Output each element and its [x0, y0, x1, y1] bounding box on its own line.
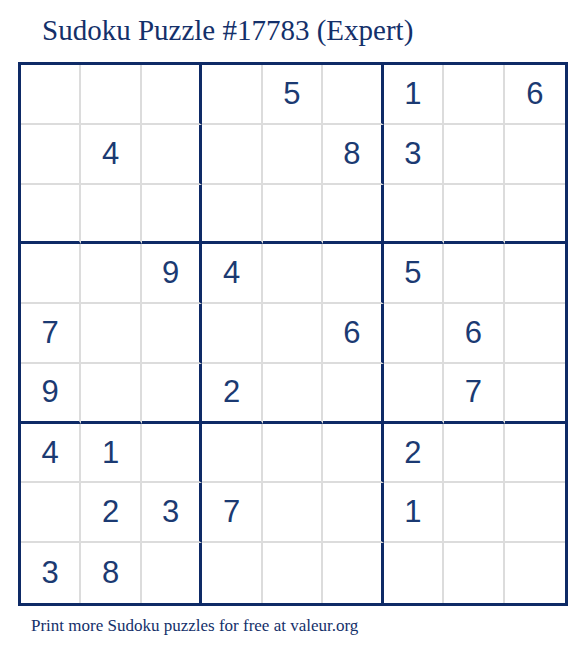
- cell-r9c7: [384, 543, 444, 603]
- cell-r1c4: [202, 65, 262, 125]
- cell-r8c1: [21, 483, 81, 543]
- cell-r7c8: [444, 424, 504, 484]
- cell-r3c3: [142, 185, 202, 245]
- cell-r3c6: [323, 185, 383, 245]
- page-title: Sudoku Puzzle #17783 (Expert): [42, 13, 413, 48]
- cell-r2c9: [505, 125, 565, 185]
- cell-r9c9: [505, 543, 565, 603]
- cell-r8c2: 2: [81, 483, 141, 543]
- cell-r8c7: 1: [384, 483, 444, 543]
- cell-r9c2: 8: [81, 543, 141, 603]
- cell-r6c4: 2: [202, 364, 262, 424]
- cell-r7c3: [142, 424, 202, 484]
- cell-r2c3: [142, 125, 202, 185]
- cell-r7c7: 2: [384, 424, 444, 484]
- cell-r4c6: [323, 244, 383, 304]
- cell-r4c2: [81, 244, 141, 304]
- cell-r5c1: 7: [21, 304, 81, 364]
- cell-r8c3: 3: [142, 483, 202, 543]
- cell-r1c2: [81, 65, 141, 125]
- cell-r1c7: 1: [384, 65, 444, 125]
- cell-r9c5: [263, 543, 323, 603]
- sudoku-board: 516483945766927412237138: [18, 62, 568, 606]
- cell-r3c4: [202, 185, 262, 245]
- footer-text: Print more Sudoku puzzles for free at va…: [31, 616, 358, 636]
- cell-r8c4: 7: [202, 483, 262, 543]
- cell-r1c6: [323, 65, 383, 125]
- cell-r8c8: [444, 483, 504, 543]
- cell-r6c9: [505, 364, 565, 424]
- cell-r7c2: 1: [81, 424, 141, 484]
- sudoku-page: Sudoku Puzzle #17783 (Expert) 5164839457…: [0, 0, 580, 651]
- cell-r7c9: [505, 424, 565, 484]
- cell-r5c4: [202, 304, 262, 364]
- cell-r2c6: 8: [323, 125, 383, 185]
- cell-r3c9: [505, 185, 565, 245]
- cell-r9c1: 3: [21, 543, 81, 603]
- cell-r4c7: 5: [384, 244, 444, 304]
- cell-r4c9: [505, 244, 565, 304]
- cell-r9c8: [444, 543, 504, 603]
- cell-r7c1: 4: [21, 424, 81, 484]
- cell-r5c6: 6: [323, 304, 383, 364]
- cell-r3c7: [384, 185, 444, 245]
- cell-r6c3: [142, 364, 202, 424]
- cell-r3c2: [81, 185, 141, 245]
- cell-r6c8: 7: [444, 364, 504, 424]
- cell-r6c7: [384, 364, 444, 424]
- cell-r6c2: [81, 364, 141, 424]
- cell-r2c8: [444, 125, 504, 185]
- cell-r3c8: [444, 185, 504, 245]
- cell-r5c7: [384, 304, 444, 364]
- cell-r5c5: [263, 304, 323, 364]
- cell-r2c7: 3: [384, 125, 444, 185]
- cell-r6c1: 9: [21, 364, 81, 424]
- cell-r3c1: [21, 185, 81, 245]
- cell-r9c6: [323, 543, 383, 603]
- cell-r6c6: [323, 364, 383, 424]
- cell-r8c5: [263, 483, 323, 543]
- cell-r1c3: [142, 65, 202, 125]
- cell-r9c4: [202, 543, 262, 603]
- cell-r4c8: [444, 244, 504, 304]
- cell-r5c9: [505, 304, 565, 364]
- cell-r4c1: [21, 244, 81, 304]
- cell-r7c5: [263, 424, 323, 484]
- cell-r2c1: [21, 125, 81, 185]
- cell-r3c5: [263, 185, 323, 245]
- cell-r2c2: 4: [81, 125, 141, 185]
- cell-r5c8: 6: [444, 304, 504, 364]
- cell-r6c5: [263, 364, 323, 424]
- cell-r5c2: [81, 304, 141, 364]
- cell-r8c6: [323, 483, 383, 543]
- cell-r8c9: [505, 483, 565, 543]
- cell-r1c5: 5: [263, 65, 323, 125]
- cell-r1c8: [444, 65, 504, 125]
- cell-r4c3: 9: [142, 244, 202, 304]
- cell-r7c6: [323, 424, 383, 484]
- cell-r9c3: [142, 543, 202, 603]
- cell-r1c1: [21, 65, 81, 125]
- cell-r1c9: 6: [505, 65, 565, 125]
- cell-r2c4: [202, 125, 262, 185]
- cell-r4c5: [263, 244, 323, 304]
- cell-r4c4: 4: [202, 244, 262, 304]
- cell-r7c4: [202, 424, 262, 484]
- cell-r5c3: [142, 304, 202, 364]
- cell-r2c5: [263, 125, 323, 185]
